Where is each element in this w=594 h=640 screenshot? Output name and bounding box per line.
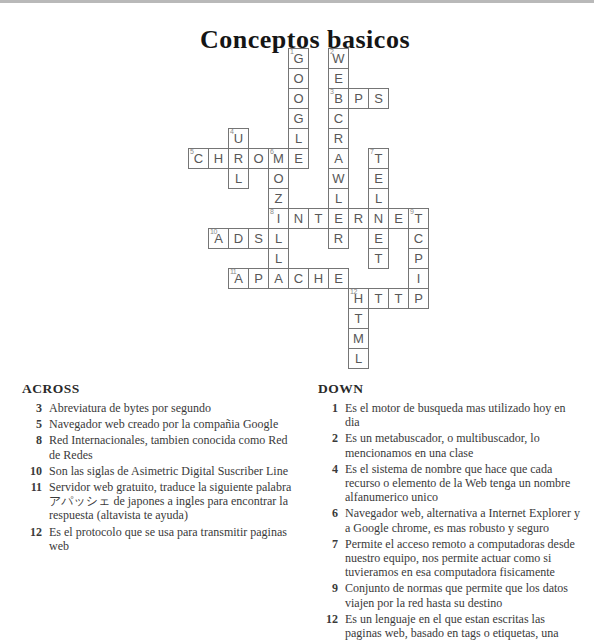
clue-text: Es un metabuscador, o multibuscador, lo …	[338, 431, 580, 459]
clue-number: 2	[318, 431, 338, 459]
cell-letter: L	[229, 169, 248, 188]
grid-cell[interactable]: A	[268, 268, 289, 289]
cell-number: 2	[330, 48, 333, 55]
grid-cell[interactable]: 7T	[368, 148, 389, 169]
cell-letter: T	[369, 249, 388, 268]
grid-cell[interactable]: R	[328, 228, 349, 249]
grid-cell[interactable]: O	[268, 168, 289, 189]
cell-letter: E	[369, 229, 388, 248]
grid-cell[interactable]: T	[308, 208, 329, 229]
cell-number: 7	[370, 148, 373, 155]
cell-letter: N	[369, 209, 388, 228]
grid-cell[interactable]: T	[348, 308, 369, 329]
cell-letter: I	[409, 269, 428, 288]
clue-item: 12Es el protocolo que se usa para transm…	[22, 525, 292, 553]
across-clues-list: 3Abreviatura de bytes por segundo5Navega…	[22, 401, 292, 553]
grid-cell[interactable]: E	[368, 228, 389, 249]
clue-text: Es el motor de busqueda mas utilizado ho…	[338, 401, 580, 429]
grid-cell[interactable]: 11A	[228, 268, 249, 289]
grid-cell[interactable]: H	[308, 268, 329, 289]
cell-letter: L	[369, 189, 388, 208]
clue-number: 1	[318, 401, 338, 429]
cell-letter: R	[329, 229, 348, 248]
grid-cell[interactable]: E	[328, 68, 349, 89]
grid-cell[interactable]: R	[228, 148, 249, 169]
grid-cell[interactable]: L	[228, 168, 249, 189]
cell-letter: C	[329, 109, 348, 128]
grid-cell[interactable]: O	[288, 88, 309, 109]
cell-letter: S	[369, 89, 388, 108]
clue-item: 2Es un metabuscador, o multibuscador, lo…	[318, 431, 580, 459]
grid-cell[interactable]: 2W	[328, 48, 349, 69]
cell-number: 3	[330, 88, 333, 95]
cell-letter: H	[209, 149, 228, 168]
grid-cell[interactable]: N	[368, 208, 389, 229]
grid-cell[interactable]: R	[348, 208, 369, 229]
cell-letter: C	[409, 229, 428, 248]
cell-letter: A	[329, 149, 348, 168]
clue-text: Navegador web creado por la compañia Goo…	[42, 417, 292, 431]
grid-cell[interactable]: 10A	[208, 228, 229, 249]
clue-item: 1Es el motor de busqueda mas utilizado h…	[318, 401, 580, 429]
clue-text: Conjunto de normas que permite que los d…	[338, 581, 580, 609]
grid-cell[interactable]: C	[288, 268, 309, 289]
grid-cell[interactable]: S	[368, 88, 389, 109]
clue-text: Permite el acceso remoto a computadoras …	[338, 537, 580, 580]
clue-number: 12	[318, 612, 338, 640]
clue-item: 9Conjunto de normas que permite que los …	[318, 581, 580, 609]
clue-item: 7Permite el acceso remoto a computadoras…	[318, 537, 580, 580]
grid-cell[interactable]: P	[408, 248, 429, 269]
cell-number: 8	[270, 208, 273, 215]
cell-letter: T	[309, 209, 328, 228]
cell-letter: A	[269, 269, 288, 288]
cell-number: 4	[230, 128, 233, 135]
cell-letter: N	[289, 209, 308, 228]
clue-item: 12Es un lenguaje en el que estan escrita…	[318, 612, 580, 640]
cell-letter: E	[289, 149, 308, 168]
cell-letter: O	[269, 169, 288, 188]
crossword-grid: 1G2WOEO3BPSGC4ULR5CHRO6MEA7TLOWEZLL8INTE…	[188, 48, 430, 370]
grid-cell[interactable]: R	[328, 128, 349, 149]
cell-letter: E	[369, 169, 388, 188]
scan-top-edge	[0, 0, 594, 3]
grid-cell[interactable]: 5C	[188, 148, 209, 169]
clue-text: Servidor web gratuito, traduce la siguie…	[42, 480, 292, 523]
clue-text: Navegador web, alternativa a Internet Ex…	[338, 506, 580, 534]
grid-cell[interactable]: P	[248, 268, 269, 289]
clue-text: Abreviatura de bytes por segundo	[42, 401, 292, 415]
grid-cell[interactable]: E	[288, 148, 309, 169]
grid-cell[interactable]: D	[228, 228, 249, 249]
grid-cell[interactable]: P	[348, 88, 369, 109]
cell-letter: S	[249, 229, 268, 248]
cell-number: 11	[230, 268, 236, 275]
grid-cell[interactable]: I	[408, 268, 429, 289]
grid-cell[interactable]: G	[288, 108, 309, 129]
cell-letter: P	[409, 249, 428, 268]
grid-cell[interactable]: E	[368, 168, 389, 189]
clue-item: 3Abreviatura de bytes por segundo	[22, 401, 292, 415]
cell-letter: P	[349, 89, 368, 108]
across-clues-section: ACROSS 3Abreviatura de bytes por segundo…	[22, 381, 292, 555]
grid-cell[interactable]: T	[368, 288, 389, 309]
cell-letter: R	[349, 209, 368, 228]
grid-cell[interactable]: O	[248, 148, 269, 169]
cell-letter: H	[309, 269, 328, 288]
clue-text: Es el sistema de nombre que hace que cad…	[338, 462, 580, 505]
across-header: ACROSS	[22, 381, 292, 397]
grid-cell[interactable]: L	[328, 188, 349, 209]
grid-cell[interactable]: O	[288, 68, 309, 89]
grid-cell[interactable]: C	[408, 228, 429, 249]
cell-number: 12	[350, 288, 357, 295]
cell-letter: R	[329, 129, 348, 148]
grid-cell[interactable]: P	[408, 288, 429, 309]
cell-letter: L	[329, 189, 348, 208]
clue-item: 11Servidor web gratuito, traduce la sigu…	[22, 480, 292, 523]
grid-cell[interactable]: 3B	[328, 88, 349, 109]
clue-text: Red Internacionales, tambien conocida co…	[42, 433, 292, 461]
cell-letter: M	[349, 329, 368, 348]
grid-cell[interactable]: L	[268, 228, 289, 249]
grid-cell[interactable]: Z	[268, 188, 289, 209]
grid-cell[interactable]: E	[388, 208, 409, 229]
grid-cell[interactable]: L	[268, 248, 289, 269]
cell-letter: D	[229, 229, 248, 248]
cell-letter: O	[289, 89, 308, 108]
down-clues-section: DOWN 1Es el motor de busqueda mas utiliz…	[318, 381, 580, 640]
clue-text: Son las siglas de Asimetric Digital Susc…	[42, 464, 292, 478]
clue-number: 3	[22, 401, 42, 415]
grid-cell[interactable]: M	[348, 328, 369, 349]
grid-cell[interactable]: A	[328, 148, 349, 169]
clue-text: Es el protocolo que se usa para transmit…	[42, 525, 292, 553]
down-header: DOWN	[318, 381, 580, 397]
cell-letter: L	[349, 349, 368, 368]
clue-number: 11	[22, 480, 42, 523]
cell-letter: R	[229, 149, 248, 168]
cell-number: 9	[410, 208, 413, 215]
cell-letter: T	[369, 289, 388, 308]
cell-number: 10	[210, 228, 217, 235]
cell-letter: G	[289, 109, 308, 128]
clue-text: Es un lenguaje en el que estan escritas …	[338, 612, 580, 640]
cell-letter: O	[289, 69, 308, 88]
grid-cell[interactable]: C	[328, 108, 349, 129]
cell-letter: E	[329, 69, 348, 88]
cell-number: 6	[270, 148, 273, 155]
clue-item: 8Red Internacionales, tambien conocida c…	[22, 433, 292, 461]
cell-letter: T	[389, 289, 408, 308]
grid-cell[interactable]: L	[348, 348, 369, 369]
cell-letter: L	[269, 229, 288, 248]
grid-cell[interactable]: E	[328, 268, 349, 289]
clue-number: 6	[318, 506, 338, 534]
grid-cell[interactable]: L	[368, 188, 389, 209]
down-clues-list: 1Es el motor de busqueda mas utilizado h…	[318, 401, 580, 640]
cell-letter: P	[409, 289, 428, 308]
cell-letter: E	[329, 209, 348, 228]
clue-item: 10Son las siglas de Asimetric Digital Su…	[22, 464, 292, 478]
cell-letter: C	[289, 269, 308, 288]
grid-cell[interactable]: 12H	[348, 288, 369, 309]
clue-number: 7	[318, 537, 338, 580]
grid-cell[interactable]: 8I	[268, 208, 289, 229]
grid-cell[interactable]: 9T	[408, 208, 429, 229]
grid-cell[interactable]: T	[368, 248, 389, 269]
clue-number: 8	[22, 433, 42, 461]
cell-letter: P	[249, 269, 268, 288]
grid-cell[interactable]: S	[248, 228, 269, 249]
cell-letter: E	[329, 269, 348, 288]
grid-cell[interactable]: L	[288, 128, 309, 149]
cell-letter: L	[269, 249, 288, 268]
cell-number: 5	[190, 148, 193, 155]
clue-number: 10	[22, 464, 42, 478]
clue-number: 5	[22, 417, 42, 431]
grid-cell[interactable]: H	[208, 148, 229, 169]
cell-letter: Z	[269, 189, 288, 208]
cell-number: 1	[290, 48, 293, 55]
clue-number: 4	[318, 462, 338, 505]
grid-cell[interactable]: W	[328, 168, 349, 189]
cell-letter: W	[329, 169, 348, 188]
grid-cell[interactable]: N	[288, 208, 309, 229]
cell-letter: E	[389, 209, 408, 228]
cell-letter: T	[349, 309, 368, 328]
clue-item: 6Navegador web, alternativa a Internet E…	[318, 506, 580, 534]
grid-cell[interactable]: 6M	[268, 148, 289, 169]
grid-cell[interactable]: E	[328, 208, 349, 229]
grid-cell[interactable]: T	[388, 288, 409, 309]
cell-letter: O	[249, 149, 268, 168]
clue-number: 12	[22, 525, 42, 553]
clue-item: 5Navegador web creado por la compañia Go…	[22, 417, 292, 431]
grid-cell[interactable]: 4U	[228, 128, 249, 149]
clue-number: 9	[318, 581, 338, 609]
cell-letter: L	[289, 129, 308, 148]
clue-item: 4Es el sistema de nombre que hace que ca…	[318, 462, 580, 505]
grid-cell[interactable]: 1G	[288, 48, 309, 69]
